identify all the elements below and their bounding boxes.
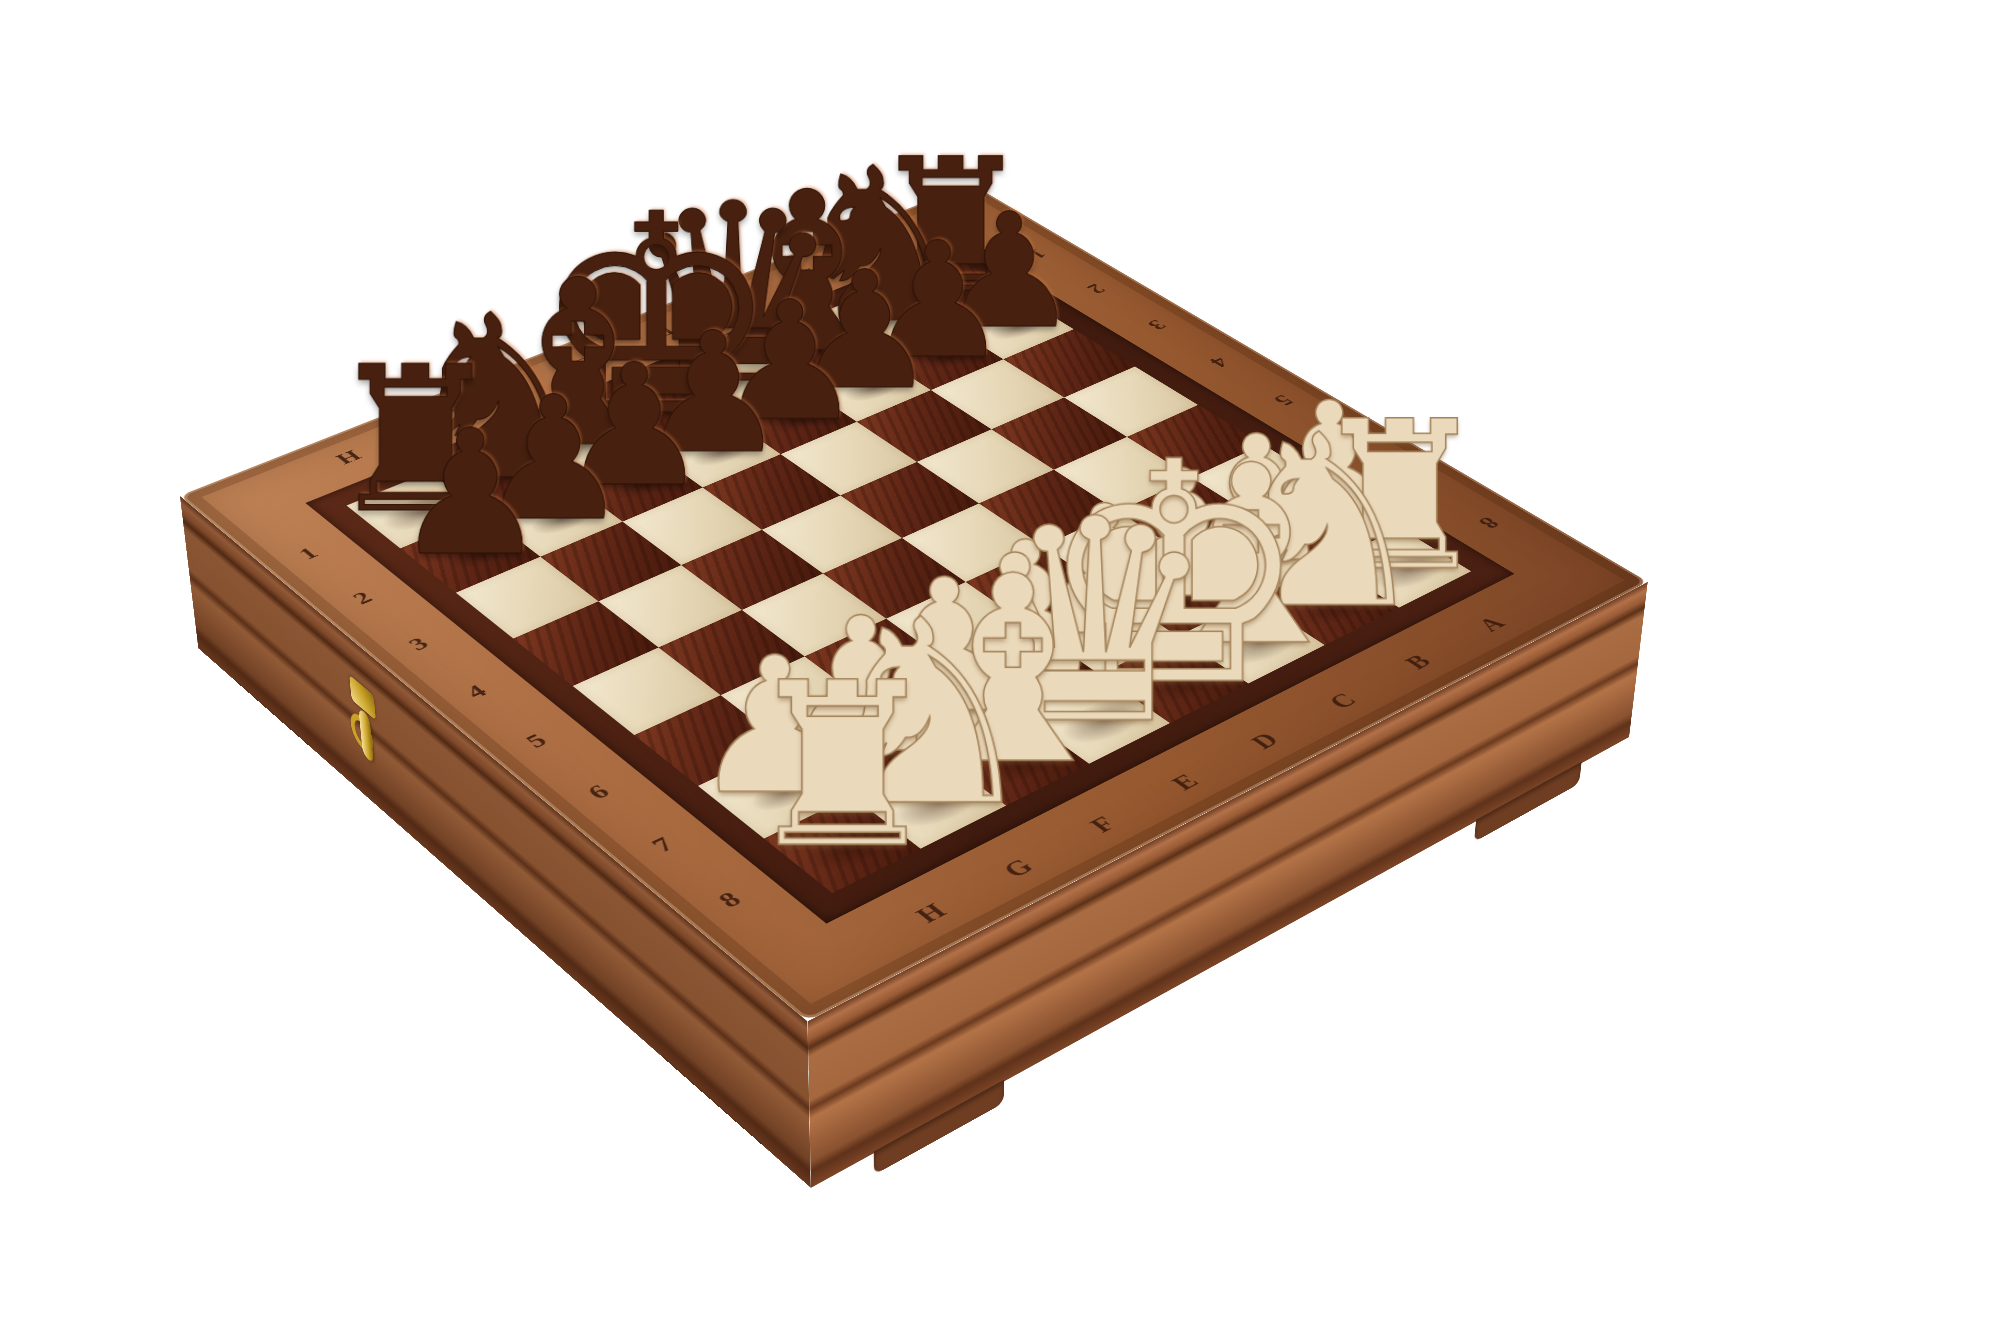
box-foot xyxy=(663,1056,763,1167)
brass-latch xyxy=(341,668,387,776)
box-foot xyxy=(874,1080,1004,1175)
board-top: HHGGFFEEDDCCBBAA1122334455667788♜♞♝♚♛♝♞♜… xyxy=(180,184,1648,1021)
box-foot xyxy=(1474,762,1582,843)
box-foot xyxy=(233,677,312,767)
scene: HHGGFFEEDDCCBBAA1122334455667788♜♞♝♚♛♝♞♜… xyxy=(0,0,2000,1333)
photo-canvas: HHGGFFEEDDCCBBAA1122334455667788♜♞♝♚♛♝♞♜… xyxy=(0,0,2000,1333)
chess-box: HHGGFFEEDDCCBBAA1122334455667788♜♞♝♚♛♝♞♜… xyxy=(180,184,1648,1021)
